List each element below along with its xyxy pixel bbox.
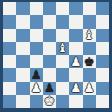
square-c6[interactable]	[30, 29, 43, 42]
square-g7[interactable]	[83, 15, 96, 28]
square-b1[interactable]	[16, 95, 29, 108]
square-b3[interactable]	[16, 68, 29, 81]
square-c4[interactable]	[30, 55, 43, 68]
square-g5[interactable]	[83, 42, 96, 55]
square-h8[interactable]	[96, 2, 109, 15]
square-c2[interactable]: ♟	[30, 82, 43, 95]
piece-white-pawn-g2[interactable]: ♟	[83, 82, 96, 95]
square-d2[interactable]: ♟	[43, 82, 56, 95]
square-h3[interactable]	[96, 68, 109, 81]
square-d7[interactable]	[43, 15, 56, 28]
square-g4[interactable]: ♚	[83, 55, 96, 68]
square-h5[interactable]	[96, 42, 109, 55]
square-a8[interactable]	[3, 2, 16, 15]
square-g6[interactable]: ♝	[83, 29, 96, 42]
square-g2[interactable]: ♟	[83, 82, 96, 95]
piece-white-pawn-f2[interactable]: ♟	[69, 82, 82, 95]
square-c5[interactable]	[30, 42, 43, 55]
square-a1[interactable]	[3, 95, 16, 108]
square-g8[interactable]	[83, 2, 96, 15]
square-h7[interactable]	[96, 15, 109, 28]
square-c3[interactable]: ♟	[30, 68, 43, 81]
piece-black-pawn-c3[interactable]: ♟	[30, 68, 43, 81]
square-f5[interactable]	[69, 42, 82, 55]
piece-black-king-g4[interactable]: ♚	[83, 55, 96, 68]
square-d4[interactable]	[43, 55, 56, 68]
square-e5[interactable]: ♝	[56, 42, 69, 55]
square-b7[interactable]	[16, 15, 29, 28]
square-e3[interactable]	[56, 68, 69, 81]
square-h2[interactable]	[96, 82, 109, 95]
square-b6[interactable]	[16, 29, 29, 42]
chess-board: ♝♝♟♚♟♟♟♟♟♚	[3, 2, 109, 108]
piece-white-bishop-g6[interactable]: ♝	[83, 29, 96, 42]
square-a6[interactable]	[3, 29, 16, 42]
square-f7[interactable]	[69, 15, 82, 28]
square-f3[interactable]	[69, 68, 82, 81]
square-f2[interactable]: ♟	[69, 82, 82, 95]
square-f1[interactable]	[69, 95, 82, 108]
square-b4[interactable]	[16, 55, 29, 68]
square-e8[interactable]	[56, 2, 69, 15]
board-frame: ♝♝♟♚♟♟♟♟♟♚	[0, 0, 112, 112]
square-h6[interactable]	[96, 29, 109, 42]
square-a7[interactable]	[3, 15, 16, 28]
square-e7[interactable]	[56, 15, 69, 28]
piece-white-bishop-e5[interactable]: ♝	[56, 42, 69, 55]
square-f6[interactable]	[69, 29, 82, 42]
piece-black-pawn-d2[interactable]: ♟	[43, 82, 56, 95]
square-f8[interactable]	[69, 2, 82, 15]
square-e4[interactable]	[56, 55, 69, 68]
square-a4[interactable]	[3, 55, 16, 68]
square-a2[interactable]	[3, 82, 16, 95]
square-d1[interactable]: ♚	[43, 95, 56, 108]
square-e6[interactable]	[56, 29, 69, 42]
square-d6[interactable]	[43, 29, 56, 42]
piece-white-pawn-f4[interactable]: ♟	[69, 55, 82, 68]
square-f4[interactable]: ♟	[69, 55, 82, 68]
square-d8[interactable]	[43, 2, 56, 15]
square-e2[interactable]	[56, 82, 69, 95]
square-a3[interactable]	[3, 68, 16, 81]
square-c7[interactable]	[30, 15, 43, 28]
square-d3[interactable]	[43, 68, 56, 81]
square-b8[interactable]	[16, 2, 29, 15]
square-c1[interactable]	[30, 95, 43, 108]
square-a5[interactable]	[3, 42, 16, 55]
square-g3[interactable]	[83, 68, 96, 81]
piece-white-pawn-c2[interactable]: ♟	[30, 82, 43, 95]
square-g1[interactable]	[83, 95, 96, 108]
square-e1[interactable]	[56, 95, 69, 108]
piece-white-king-d1[interactable]: ♚	[43, 95, 56, 108]
square-c8[interactable]	[30, 2, 43, 15]
square-b5[interactable]	[16, 42, 29, 55]
square-d5[interactable]	[43, 42, 56, 55]
square-h1[interactable]	[96, 95, 109, 108]
square-b2[interactable]	[16, 82, 29, 95]
square-h4[interactable]	[96, 55, 109, 68]
